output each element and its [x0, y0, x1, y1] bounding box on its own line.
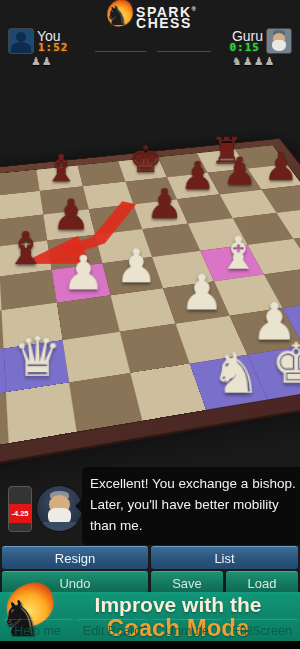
square-e6[interactable]: ♟ — [133, 199, 188, 229]
black-pawn-c6[interactable]: ♟ — [52, 194, 90, 236]
help-me-button[interactable]: Help me — [2, 619, 73, 642]
board-squares: ♜♝♚♜♟♟♟♟♟♟♟♝♟♟♝♟♜♛♟♟♞♚ — [0, 145, 300, 455]
you-clock: 1:52 — [38, 41, 69, 54]
square-d4[interactable]: ♟ — [102, 257, 163, 295]
white-pawn-e3[interactable]: ♟ — [180, 268, 224, 317]
square-e3[interactable]: ♟ — [163, 281, 230, 323]
square-b2[interactable]: ♛ — [4, 340, 69, 392]
black-pawn-f7[interactable]: ♟ — [180, 157, 215, 196]
square-h6[interactable] — [261, 185, 300, 213]
evaluation-value: -4.25 — [9, 504, 31, 523]
guru-clock: 0:15 — [230, 41, 261, 54]
sparkchess-app: ♞ SPARK® CHESS You 1:52 Guru 0:15 ♟♟ ♞♟♟… — [0, 0, 300, 649]
knight-icon: ♞ — [105, 3, 127, 28]
white-king-f1[interactable]: ♚ — [271, 336, 300, 392]
guru-captured-tray: ♞♟♟♟ — [232, 55, 275, 68]
black-pawn-g7[interactable]: ♟ — [223, 152, 257, 190]
logo-text: SPARK® CHESS — [136, 3, 196, 30]
square-c8[interactable]: ♝ — [36, 165, 83, 191]
load-button[interactable]: Load — [226, 571, 298, 594]
divider-left — [95, 51, 146, 52]
black-king-e8[interactable]: ♚ — [129, 141, 162, 178]
unmute-button[interactable]: Unmute — [151, 619, 223, 642]
square-e8[interactable]: ♚ — [118, 157, 167, 182]
player-bar: You 1:52 Guru 0:15 — [0, 27, 300, 53]
square-c3[interactable] — [57, 295, 120, 340]
edit-board-button[interactable]: Edit Board — [76, 619, 148, 642]
banner-line1: Improve with the — [56, 593, 300, 616]
black-pawn-e6[interactable]: ♟ — [146, 184, 183, 225]
you-avatar — [8, 28, 34, 54]
black-bishop-b5[interactable]: ♝ — [5, 226, 46, 271]
white-pawn-c4[interactable]: ♟ — [62, 250, 105, 297]
evaluation-bar: -4.25 — [8, 486, 32, 532]
coach-message-bubble: Excellent! You exchange a bishop. Later,… — [82, 467, 300, 545]
white-queen-b2[interactable]: ♛ — [13, 330, 62, 385]
guru-avatar — [266, 28, 292, 54]
square-b4[interactable] — [0, 270, 57, 310]
registered-mark: ® — [192, 6, 196, 12]
square-c6[interactable]: ♟ — [43, 209, 95, 240]
list-button[interactable]: List — [151, 546, 298, 569]
white-pawn-d4[interactable]: ♟ — [115, 243, 157, 290]
save-button[interactable]: Save — [151, 571, 223, 594]
you-captured-tray: ♟♟ — [31, 55, 53, 68]
white-knight-e1[interactable]: ♞ — [211, 345, 262, 401]
square-b1[interactable] — [6, 383, 77, 444]
square-b5[interactable]: ♝ — [0, 241, 52, 277]
resign-button[interactable]: Resign — [2, 546, 148, 569]
square-a1[interactable] — [0, 392, 9, 455]
divider-right — [157, 51, 211, 52]
square-c4[interactable]: ♟ — [52, 263, 111, 302]
chess-board[interactable]: ♜♝♚♜♟♟♟♟♟♟♟♝♟♟♝♟♜♛♟♟♞♚ — [0, 138, 300, 479]
fullscreen-button[interactable]: FullScreen — [226, 619, 298, 642]
black-pawn-h7[interactable]: ♟ — [264, 148, 298, 186]
square-c1[interactable] — [69, 373, 142, 432]
black-bishop-c8[interactable]: ♝ — [44, 149, 78, 187]
